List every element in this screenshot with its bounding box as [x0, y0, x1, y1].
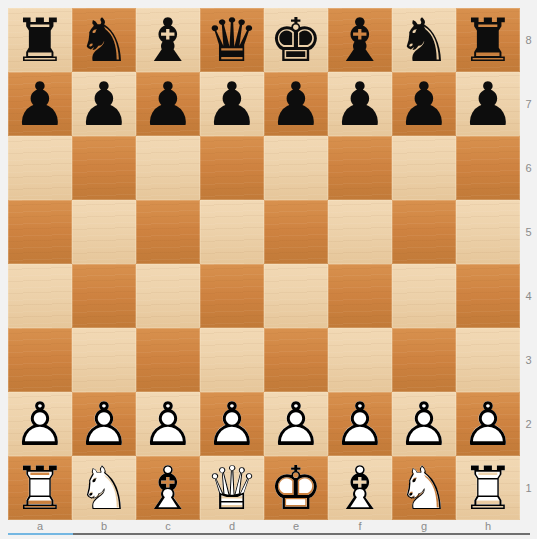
square-d5[interactable] — [200, 200, 264, 264]
piece-white-knight[interactable]: ♞♘ — [72, 456, 136, 520]
square-a4[interactable] — [8, 264, 72, 328]
square-c4[interactable] — [136, 264, 200, 328]
piece-black-bishop[interactable]: ♝ — [136, 8, 200, 72]
square-b4[interactable] — [72, 264, 136, 328]
square-h8[interactable]: ♜ — [456, 8, 520, 72]
rank-label-6: 6 — [520, 136, 537, 200]
square-f3[interactable] — [328, 328, 392, 392]
piece-outline-layer: ♘ — [72, 456, 136, 520]
rank-label-4: 4 — [520, 264, 537, 328]
square-h1[interactable]: ♜♖ — [456, 456, 520, 520]
square-a8[interactable]: ♜ — [8, 8, 72, 72]
piece-outline-layer: ♘ — [392, 456, 456, 520]
square-b5[interactable] — [72, 200, 136, 264]
square-d3[interactable] — [200, 328, 264, 392]
piece-white-knight[interactable]: ♞♘ — [392, 456, 456, 520]
piece-black-pawn[interactable]: ♟ — [392, 72, 456, 136]
piece-black-king[interactable]: ♚ — [264, 8, 328, 72]
rank-label-5: 5 — [520, 200, 537, 264]
square-f8[interactable]: ♝ — [328, 8, 392, 72]
piece-black-pawn[interactable]: ♟ — [200, 72, 264, 136]
piece-black-knight[interactable]: ♞ — [72, 8, 136, 72]
scrollbar-thumb[interactable] — [8, 533, 73, 535]
square-a5[interactable] — [8, 200, 72, 264]
piece-outline-layer: ♙ — [72, 392, 136, 456]
piece-white-rook[interactable]: ♜♖ — [456, 456, 520, 520]
rank-label-3: 3 — [520, 328, 537, 392]
square-d7[interactable]: ♟ — [200, 72, 264, 136]
rank-label-1: 1 — [520, 456, 537, 520]
square-f7[interactable]: ♟ — [328, 72, 392, 136]
square-h2[interactable]: ♟♙ — [456, 392, 520, 456]
square-f5[interactable] — [328, 200, 392, 264]
piece-white-pawn[interactable]: ♟♙ — [264, 392, 328, 456]
piece-white-pawn[interactable]: ♟♙ — [328, 392, 392, 456]
square-d4[interactable] — [200, 264, 264, 328]
square-c2[interactable]: ♟♙ — [136, 392, 200, 456]
square-a3[interactable] — [8, 328, 72, 392]
piece-black-queen[interactable]: ♛ — [200, 8, 264, 72]
square-e6[interactable] — [264, 136, 328, 200]
piece-outline-layer: ♙ — [8, 392, 72, 456]
rank-label-8: 8 — [520, 8, 537, 72]
square-g7[interactable]: ♟ — [392, 72, 456, 136]
piece-white-queen[interactable]: ♛♕ — [200, 456, 264, 520]
piece-outline-layer: ♙ — [456, 392, 520, 456]
square-b8[interactable]: ♞ — [72, 8, 136, 72]
square-d2[interactable]: ♟♙ — [200, 392, 264, 456]
piece-white-pawn[interactable]: ♟♙ — [392, 392, 456, 456]
piece-black-bishop[interactable]: ♝ — [328, 8, 392, 72]
rank-label-7: 7 — [520, 72, 537, 136]
square-a6[interactable] — [8, 136, 72, 200]
piece-outline-layer: ♖ — [456, 456, 520, 520]
piece-outline-layer: ♔ — [264, 456, 328, 520]
square-d8[interactable]: ♛ — [200, 8, 264, 72]
piece-black-knight[interactable]: ♞ — [392, 8, 456, 72]
piece-black-pawn[interactable]: ♟ — [328, 72, 392, 136]
square-e8[interactable]: ♚ — [264, 8, 328, 72]
square-c3[interactable] — [136, 328, 200, 392]
piece-white-bishop[interactable]: ♝♗ — [328, 456, 392, 520]
piece-black-rook[interactable]: ♜ — [456, 8, 520, 72]
piece-white-pawn[interactable]: ♟♙ — [456, 392, 520, 456]
piece-black-pawn[interactable]: ♟ — [456, 72, 520, 136]
square-f2[interactable]: ♟♙ — [328, 392, 392, 456]
piece-outline-layer: ♙ — [136, 392, 200, 456]
square-e5[interactable] — [264, 200, 328, 264]
square-h4[interactable] — [456, 264, 520, 328]
piece-black-pawn[interactable]: ♟ — [72, 72, 136, 136]
piece-outline-layer: ♖ — [8, 456, 72, 520]
square-f6[interactable] — [328, 136, 392, 200]
square-e7[interactable]: ♟ — [264, 72, 328, 136]
piece-black-pawn[interactable]: ♟ — [264, 72, 328, 136]
square-b7[interactable]: ♟ — [72, 72, 136, 136]
square-h7[interactable]: ♟ — [456, 72, 520, 136]
square-h3[interactable] — [456, 328, 520, 392]
piece-outline-layer: ♙ — [392, 392, 456, 456]
square-b6[interactable] — [72, 136, 136, 200]
square-g3[interactable] — [392, 328, 456, 392]
piece-outline-layer: ♙ — [200, 392, 264, 456]
piece-white-pawn[interactable]: ♟♙ — [136, 392, 200, 456]
rank-labels: 87654321 — [520, 8, 537, 520]
square-e1[interactable]: ♚♔ — [264, 456, 328, 520]
piece-outline-layer: ♙ — [328, 392, 392, 456]
square-f4[interactable] — [328, 264, 392, 328]
square-e3[interactable] — [264, 328, 328, 392]
square-g4[interactable] — [392, 264, 456, 328]
square-d1[interactable]: ♛♕ — [200, 456, 264, 520]
square-b2[interactable]: ♟♙ — [72, 392, 136, 456]
board: ♜♞♝♛♚♝♞♜♟♟♟♟♟♟♟♟♟♙♟♙♟♙♟♙♟♙♟♙♟♙♟♙♜♖♞♘♝♗♛♕… — [8, 8, 520, 520]
piece-white-pawn[interactable]: ♟♙ — [8, 392, 72, 456]
square-c5[interactable] — [136, 200, 200, 264]
piece-black-pawn[interactable]: ♟ — [8, 72, 72, 136]
square-g2[interactable]: ♟♙ — [392, 392, 456, 456]
square-c7[interactable]: ♟ — [136, 72, 200, 136]
rank-label-2: 2 — [520, 392, 537, 456]
piece-black-pawn[interactable]: ♟ — [136, 72, 200, 136]
square-e4[interactable] — [264, 264, 328, 328]
square-c8[interactable]: ♝ — [136, 8, 200, 72]
square-a1[interactable]: ♜♖ — [8, 456, 72, 520]
piece-white-king[interactable]: ♚♔ — [264, 456, 328, 520]
square-c1[interactable]: ♝♗ — [136, 456, 200, 520]
piece-white-pawn[interactable]: ♟♙ — [200, 392, 264, 456]
square-c6[interactable] — [136, 136, 200, 200]
square-a2[interactable]: ♟♙ — [8, 392, 72, 456]
square-b3[interactable] — [72, 328, 136, 392]
piece-outline-layer: ♗ — [328, 456, 392, 520]
square-h6[interactable] — [456, 136, 520, 200]
square-f1[interactable]: ♝♗ — [328, 456, 392, 520]
square-d6[interactable] — [200, 136, 264, 200]
piece-outline-layer: ♗ — [136, 456, 200, 520]
piece-white-bishop[interactable]: ♝♗ — [136, 456, 200, 520]
piece-outline-layer: ♙ — [264, 392, 328, 456]
square-g8[interactable]: ♞ — [392, 8, 456, 72]
square-g5[interactable] — [392, 200, 456, 264]
square-e2[interactable]: ♟♙ — [264, 392, 328, 456]
square-h5[interactable] — [456, 200, 520, 264]
square-g1[interactable]: ♞♘ — [392, 456, 456, 520]
piece-black-rook[interactable]: ♜ — [8, 8, 72, 72]
square-g6[interactable] — [392, 136, 456, 200]
piece-outline-layer: ♕ — [200, 456, 264, 520]
square-a7[interactable]: ♟ — [8, 72, 72, 136]
piece-white-pawn[interactable]: ♟♙ — [72, 392, 136, 456]
bottom-scrollbar[interactable] — [8, 533, 530, 535]
chess-app-canvas: ♜♞♝♛♚♝♞♜♟♟♟♟♟♟♟♟♟♙♟♙♟♙♟♙♟♙♟♙♟♙♟♙♜♖♞♘♝♗♛♕… — [0, 0, 537, 539]
square-b1[interactable]: ♞♘ — [72, 456, 136, 520]
piece-white-rook[interactable]: ♜♖ — [8, 456, 72, 520]
